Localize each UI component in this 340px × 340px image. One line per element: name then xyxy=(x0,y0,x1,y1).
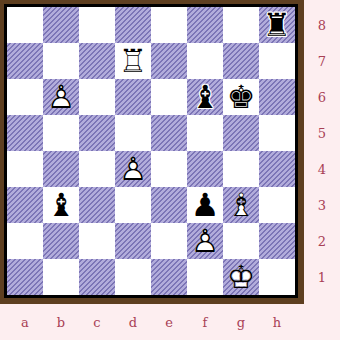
square-c3 xyxy=(79,187,115,223)
square-d8 xyxy=(115,7,151,43)
rank-label-1: 1 xyxy=(304,259,340,295)
square-e4 xyxy=(151,151,187,187)
square-f2: ♟♙ xyxy=(187,223,223,259)
white-pawn-glyph: ♙ xyxy=(43,79,79,115)
square-c5 xyxy=(79,115,115,151)
square-b6: ♟♙ xyxy=(43,79,79,115)
rank-label-8: 8 xyxy=(304,7,340,43)
black-king-g6: ♚ xyxy=(223,79,259,115)
white-pawn-fill: ♟ xyxy=(187,223,223,259)
square-a4 xyxy=(7,151,43,187)
rank-label-6: 6 xyxy=(304,79,340,115)
rank-label-3: 3 xyxy=(304,187,340,223)
square-b3: ♝ xyxy=(43,187,79,223)
square-c2 xyxy=(79,223,115,259)
square-b1 xyxy=(43,259,79,295)
square-g1: ♚♔ xyxy=(223,259,259,295)
square-d6 xyxy=(115,79,151,115)
black-bishop-glyph: ♝ xyxy=(43,187,79,223)
black-rook-glyph: ♜ xyxy=(259,7,295,43)
file-labels: abcdefgh xyxy=(7,304,295,340)
file-label-c: c xyxy=(79,304,115,340)
square-a2 xyxy=(7,223,43,259)
black-king-glyph: ♚ xyxy=(223,79,259,115)
file-label-e: e xyxy=(151,304,187,340)
file-label-g: g xyxy=(223,304,259,340)
square-e2 xyxy=(151,223,187,259)
square-d7: ♜♖ xyxy=(115,43,151,79)
white-rook-d7: ♜♖ xyxy=(115,43,151,79)
square-g4 xyxy=(223,151,259,187)
black-bishop-b3: ♝ xyxy=(43,187,79,223)
square-f7 xyxy=(187,43,223,79)
white-king-fill: ♚ xyxy=(223,259,259,295)
square-g2 xyxy=(223,223,259,259)
square-a7 xyxy=(7,43,43,79)
square-f3: ♟ xyxy=(187,187,223,223)
square-d5 xyxy=(115,115,151,151)
white-pawn-d4: ♟♙ xyxy=(115,151,151,187)
square-g8 xyxy=(223,7,259,43)
chess-diagram: ♜♜♖♟♙♝♚♟♙♝♟♝♗♟♙♚♔ abcdefgh 87654321 xyxy=(0,0,340,340)
square-e3 xyxy=(151,187,187,223)
black-pawn-f3: ♟ xyxy=(187,187,223,223)
white-pawn-f2: ♟♙ xyxy=(187,223,223,259)
square-b4 xyxy=(43,151,79,187)
file-label-b: b xyxy=(43,304,79,340)
square-e1 xyxy=(151,259,187,295)
white-rook-glyph: ♖ xyxy=(115,43,151,79)
chess-board-inner-border: ♜♜♖♟♙♝♚♟♙♝♟♝♗♟♙♚♔ xyxy=(4,4,298,298)
file-label-f: f xyxy=(187,304,223,340)
square-b7 xyxy=(43,43,79,79)
square-c7 xyxy=(79,43,115,79)
white-rook-fill: ♜ xyxy=(115,43,151,79)
square-e6 xyxy=(151,79,187,115)
black-bishop-f6: ♝ xyxy=(187,79,223,115)
square-d4: ♟♙ xyxy=(115,151,151,187)
square-e8 xyxy=(151,7,187,43)
black-bishop-glyph: ♝ xyxy=(187,79,223,115)
white-pawn-fill: ♟ xyxy=(115,151,151,187)
square-f1 xyxy=(187,259,223,295)
square-c8 xyxy=(79,7,115,43)
square-h2 xyxy=(259,223,295,259)
black-pawn-glyph: ♟ xyxy=(187,187,223,223)
square-b8 xyxy=(43,7,79,43)
file-label-a: a xyxy=(7,304,43,340)
square-c1 xyxy=(79,259,115,295)
rank-label-7: 7 xyxy=(304,43,340,79)
square-a1 xyxy=(7,259,43,295)
square-h7 xyxy=(259,43,295,79)
square-g7 xyxy=(223,43,259,79)
square-d1 xyxy=(115,259,151,295)
square-d2 xyxy=(115,223,151,259)
square-h4 xyxy=(259,151,295,187)
square-h8: ♜ xyxy=(259,7,295,43)
square-h1 xyxy=(259,259,295,295)
square-e7 xyxy=(151,43,187,79)
white-king-glyph: ♔ xyxy=(223,259,259,295)
square-a8 xyxy=(7,7,43,43)
white-bishop-glyph: ♗ xyxy=(223,187,259,223)
white-bishop-g3: ♝♗ xyxy=(223,187,259,223)
white-pawn-b6: ♟♙ xyxy=(43,79,79,115)
white-king-g1: ♚♔ xyxy=(223,259,259,295)
square-h6 xyxy=(259,79,295,115)
square-f4 xyxy=(187,151,223,187)
square-a6 xyxy=(7,79,43,115)
rank-label-4: 4 xyxy=(304,151,340,187)
chess-board-frame: ♜♜♖♟♙♝♚♟♙♝♟♝♗♟♙♚♔ xyxy=(0,0,304,304)
square-a3 xyxy=(7,187,43,223)
chess-board: ♜♜♖♟♙♝♚♟♙♝♟♝♗♟♙♚♔ xyxy=(7,7,295,295)
square-d3 xyxy=(115,187,151,223)
square-b2 xyxy=(43,223,79,259)
square-h3 xyxy=(259,187,295,223)
black-rook-h8: ♜ xyxy=(259,7,295,43)
white-pawn-glyph: ♙ xyxy=(115,151,151,187)
rank-label-5: 5 xyxy=(304,115,340,151)
file-label-d: d xyxy=(115,304,151,340)
square-g5 xyxy=(223,115,259,151)
rank-labels: 87654321 xyxy=(304,7,340,295)
square-g3: ♝♗ xyxy=(223,187,259,223)
white-bishop-fill: ♝ xyxy=(223,187,259,223)
square-g6: ♚ xyxy=(223,79,259,115)
square-h5 xyxy=(259,115,295,151)
white-pawn-fill: ♟ xyxy=(43,79,79,115)
white-pawn-glyph: ♙ xyxy=(187,223,223,259)
file-label-h: h xyxy=(259,304,295,340)
square-c4 xyxy=(79,151,115,187)
square-b5 xyxy=(43,115,79,151)
square-f8 xyxy=(187,7,223,43)
square-e5 xyxy=(151,115,187,151)
rank-label-2: 2 xyxy=(304,223,340,259)
square-f6: ♝ xyxy=(187,79,223,115)
square-c6 xyxy=(79,79,115,115)
square-f5 xyxy=(187,115,223,151)
square-a5 xyxy=(7,115,43,151)
